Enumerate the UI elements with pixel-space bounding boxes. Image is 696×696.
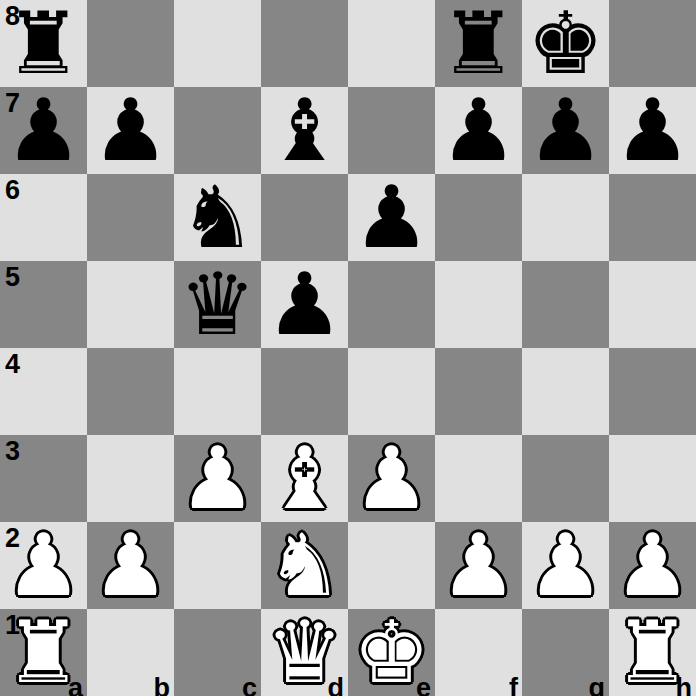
square-d8[interactable] <box>261 0 348 87</box>
square-f7[interactable]: ♟ <box>435 87 522 174</box>
square-a2[interactable]: ♟2 <box>0 522 87 609</box>
square-c7[interactable] <box>174 87 261 174</box>
piece-white-pawn: ♟ <box>353 435 430 522</box>
square-g4[interactable] <box>522 348 609 435</box>
square-g5[interactable] <box>522 261 609 348</box>
square-f6[interactable] <box>435 174 522 261</box>
piece-black-knight: ♞ <box>179 174 256 261</box>
square-a1[interactable]: ♜1a <box>0 609 87 696</box>
square-g8[interactable]: ♚ <box>522 0 609 87</box>
square-e2[interactable] <box>348 522 435 609</box>
file-label-g: g <box>589 675 606 696</box>
rank-label-6: 6 <box>5 177 20 204</box>
square-b8[interactable] <box>87 0 174 87</box>
piece-white-bishop: ♝ <box>266 435 343 522</box>
piece-white-pawn: ♟ <box>5 522 82 609</box>
square-c1[interactable]: c <box>174 609 261 696</box>
square-h7[interactable]: ♟ <box>609 87 696 174</box>
rank-label-8: 8 <box>5 3 20 30</box>
square-e4[interactable] <box>348 348 435 435</box>
square-g6[interactable] <box>522 174 609 261</box>
piece-black-pawn: ♟ <box>527 87 604 174</box>
rank-label-5: 5 <box>5 264 20 291</box>
square-f8[interactable]: ♜ <box>435 0 522 87</box>
square-h1[interactable]: ♜h <box>609 609 696 696</box>
square-g3[interactable] <box>522 435 609 522</box>
piece-black-rook: ♜ <box>440 0 517 87</box>
piece-black-pawn: ♟ <box>92 87 169 174</box>
square-g2[interactable]: ♟ <box>522 522 609 609</box>
piece-black-pawn: ♟ <box>440 87 517 174</box>
square-g1[interactable]: g <box>522 609 609 696</box>
rank-label-3: 3 <box>5 438 20 465</box>
square-f3[interactable] <box>435 435 522 522</box>
piece-white-pawn: ♟ <box>92 522 169 609</box>
square-a7[interactable]: ♟7 <box>0 87 87 174</box>
square-f4[interactable] <box>435 348 522 435</box>
square-a5[interactable]: 5 <box>0 261 87 348</box>
square-e6[interactable]: ♟ <box>348 174 435 261</box>
piece-black-rook: ♜ <box>5 0 82 87</box>
piece-white-king: ♚ <box>353 609 430 696</box>
square-a6[interactable]: 6 <box>0 174 87 261</box>
square-c3[interactable]: ♟ <box>174 435 261 522</box>
square-f5[interactable] <box>435 261 522 348</box>
square-c4[interactable] <box>174 348 261 435</box>
square-d6[interactable] <box>261 174 348 261</box>
piece-white-pawn: ♟ <box>614 522 691 609</box>
square-a3[interactable]: 3 <box>0 435 87 522</box>
piece-white-queen: ♛ <box>266 609 343 696</box>
square-b1[interactable]: b <box>87 609 174 696</box>
square-d5[interactable]: ♟ <box>261 261 348 348</box>
piece-white-knight: ♞ <box>266 522 343 609</box>
piece-white-rook: ♜ <box>5 609 82 696</box>
square-a8[interactable]: ♜8 <box>0 0 87 87</box>
square-a4[interactable]: 4 <box>0 348 87 435</box>
square-b3[interactable] <box>87 435 174 522</box>
square-d1[interactable]: ♛d <box>261 609 348 696</box>
square-b6[interactable] <box>87 174 174 261</box>
file-label-c: c <box>242 675 257 696</box>
square-d4[interactable] <box>261 348 348 435</box>
piece-black-pawn: ♟ <box>614 87 691 174</box>
piece-black-bishop: ♝ <box>266 87 343 174</box>
square-d3[interactable]: ♝ <box>261 435 348 522</box>
square-c5[interactable]: ♛ <box>174 261 261 348</box>
square-c2[interactable] <box>174 522 261 609</box>
chess-board-frame: ♜8♜♚♟7♟♝♟♟♟6♞♟5♛♟43♟♝♟♟2♟♞♟♟♟♜1abc♛d♚efg… <box>0 0 696 696</box>
square-c6[interactable]: ♞ <box>174 174 261 261</box>
file-label-f: f <box>509 675 518 696</box>
file-label-a: a <box>68 675 83 696</box>
piece-black-pawn: ♟ <box>266 261 343 348</box>
square-b7[interactable]: ♟ <box>87 87 174 174</box>
square-e8[interactable] <box>348 0 435 87</box>
square-c8[interactable] <box>174 0 261 87</box>
square-h4[interactable] <box>609 348 696 435</box>
piece-black-pawn: ♟ <box>353 174 430 261</box>
square-e5[interactable] <box>348 261 435 348</box>
square-e3[interactable]: ♟ <box>348 435 435 522</box>
square-e1[interactable]: ♚e <box>348 609 435 696</box>
square-h3[interactable] <box>609 435 696 522</box>
square-h6[interactable] <box>609 174 696 261</box>
file-label-e: e <box>416 675 431 696</box>
square-h5[interactable] <box>609 261 696 348</box>
square-d7[interactable]: ♝ <box>261 87 348 174</box>
square-b4[interactable] <box>87 348 174 435</box>
square-f2[interactable]: ♟ <box>435 522 522 609</box>
piece-white-pawn: ♟ <box>179 435 256 522</box>
rank-label-4: 4 <box>5 351 20 378</box>
square-e7[interactable] <box>348 87 435 174</box>
square-h2[interactable]: ♟ <box>609 522 696 609</box>
chess-board: ♜8♜♚♟7♟♝♟♟♟6♞♟5♛♟43♟♝♟♟2♟♞♟♟♟♜1abc♛d♚efg… <box>0 0 696 696</box>
piece-white-pawn: ♟ <box>440 522 517 609</box>
square-f1[interactable]: f <box>435 609 522 696</box>
square-d2[interactable]: ♞ <box>261 522 348 609</box>
square-b5[interactable] <box>87 261 174 348</box>
rank-label-2: 2 <box>5 525 20 552</box>
piece-white-pawn: ♟ <box>527 522 604 609</box>
square-h8[interactable] <box>609 0 696 87</box>
piece-white-rook: ♜ <box>614 609 691 696</box>
piece-black-king: ♚ <box>527 0 604 87</box>
rank-label-7: 7 <box>5 90 20 117</box>
square-g7[interactable]: ♟ <box>522 87 609 174</box>
square-b2[interactable]: ♟ <box>87 522 174 609</box>
piece-black-queen: ♛ <box>179 261 256 348</box>
file-label-d: d <box>328 675 345 696</box>
file-label-b: b <box>154 675 171 696</box>
rank-label-1: 1 <box>5 612 20 639</box>
file-label-h: h <box>676 675 693 696</box>
piece-black-pawn: ♟ <box>5 87 82 174</box>
